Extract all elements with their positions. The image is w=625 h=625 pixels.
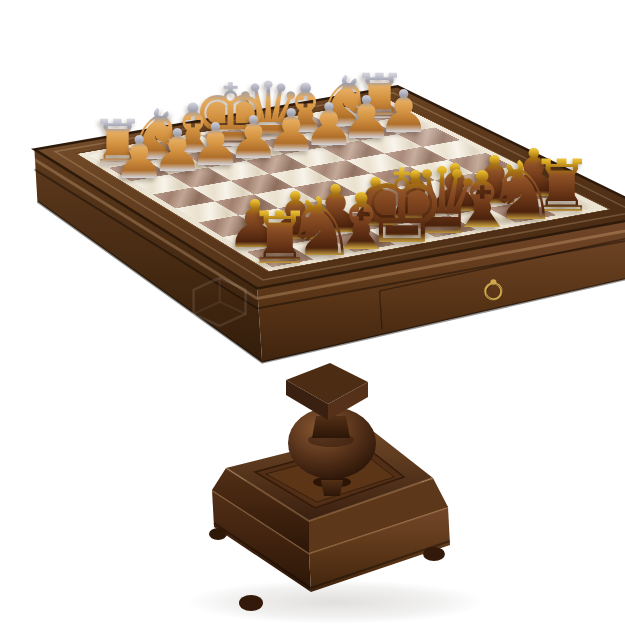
- table: [0, 0, 625, 625]
- chess-table-photo: ♜♞♝♛♚♝♞♜♟♟♟♟♟♟♟♟♟♟♟♟♟♟♟♟♜♞♝♛♚♝♞♜: [0, 0, 625, 625]
- bun-foot: [239, 595, 263, 611]
- floor-shadow: [185, 580, 485, 624]
- bun-foot: [423, 547, 445, 561]
- bun-foot: [209, 528, 227, 540]
